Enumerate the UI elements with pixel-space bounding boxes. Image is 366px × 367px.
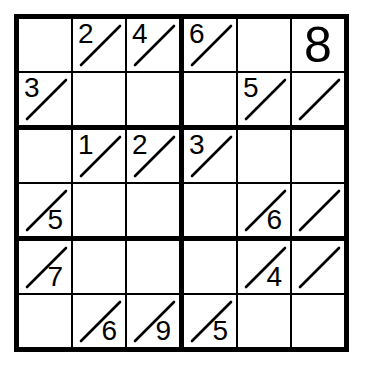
cell-r4c3[interactable] bbox=[127, 184, 184, 241]
cell-r1c5[interactable] bbox=[238, 19, 292, 73]
cell-r4c2[interactable] bbox=[73, 184, 127, 241]
cell-r3c6[interactable] bbox=[292, 130, 344, 184]
given-top-digit: 4 bbox=[132, 20, 148, 48]
cell-r3c5[interactable] bbox=[238, 130, 292, 184]
cell-r6c4[interactable]: 5 bbox=[184, 295, 238, 347]
given-bottom-digit: 6 bbox=[266, 206, 282, 234]
cell-r6c2[interactable]: 6 bbox=[73, 295, 127, 347]
cell-r6c1[interactable] bbox=[19, 295, 73, 347]
cell-r1c1[interactable] bbox=[19, 19, 73, 73]
cell-r4c6[interactable] bbox=[292, 184, 344, 241]
cell-r3c2[interactable]: 1 bbox=[73, 130, 127, 184]
given-top-digit: 2 bbox=[132, 131, 148, 159]
cell-r3c4[interactable]: 3 bbox=[184, 130, 238, 184]
slash-icon bbox=[19, 241, 71, 293]
page-background: 2468351235674695 bbox=[0, 0, 366, 367]
cell-r2c1[interactable]: 3 bbox=[19, 73, 73, 130]
given-top-digit: 5 bbox=[243, 74, 259, 102]
given-top-digit: 3 bbox=[24, 74, 40, 102]
cell-r2c2[interactable] bbox=[73, 73, 127, 130]
given-bottom-digit: 5 bbox=[47, 206, 63, 234]
given-top-digit: 3 bbox=[189, 131, 205, 159]
cell-r5c2[interactable] bbox=[73, 241, 127, 295]
cell-r2c6[interactable] bbox=[292, 73, 344, 130]
given-bottom-digit: 6 bbox=[101, 317, 117, 345]
cell-r3c3[interactable]: 2 bbox=[127, 130, 184, 184]
slash-icon bbox=[184, 295, 236, 347]
slash-icon bbox=[292, 241, 344, 293]
cell-r6c5[interactable] bbox=[238, 295, 292, 347]
slash-icon bbox=[19, 184, 71, 236]
cell-r2c3[interactable] bbox=[127, 73, 184, 130]
given-bottom-digit: 4 bbox=[266, 263, 282, 291]
slash-icon bbox=[127, 295, 179, 347]
cell-r5c3[interactable] bbox=[127, 241, 184, 295]
cell-r1c2[interactable]: 2 bbox=[73, 19, 127, 73]
cell-r2c5[interactable]: 5 bbox=[238, 73, 292, 130]
cell-r6c3[interactable]: 9 bbox=[127, 295, 184, 347]
given-bottom-digit: 7 bbox=[47, 263, 63, 291]
given-top-digit: 6 bbox=[189, 20, 205, 48]
given-top-digit: 2 bbox=[78, 20, 94, 48]
cell-r5c1[interactable]: 7 bbox=[19, 241, 73, 295]
cell-r1c4[interactable]: 6 bbox=[184, 19, 238, 73]
given-bottom-digit: 9 bbox=[155, 317, 171, 345]
given-bottom-digit: 5 bbox=[212, 317, 228, 345]
cell-r5c5[interactable]: 4 bbox=[238, 241, 292, 295]
given-digit: 8 bbox=[292, 19, 344, 71]
slash-icon bbox=[292, 73, 344, 125]
cell-r2c4[interactable] bbox=[184, 73, 238, 130]
cell-r6c6[interactable] bbox=[292, 295, 344, 347]
cell-r5c6[interactable] bbox=[292, 241, 344, 295]
cell-r1c3[interactable]: 4 bbox=[127, 19, 184, 73]
slash-icon bbox=[292, 184, 344, 236]
cell-r1c6[interactable]: 8 bbox=[292, 19, 344, 73]
slash-icon bbox=[73, 295, 125, 347]
puzzle-board: 2468351235674695 bbox=[14, 14, 349, 352]
cell-r4c4[interactable] bbox=[184, 184, 238, 241]
given-top-digit: 1 bbox=[78, 131, 94, 159]
cell-r3c1[interactable] bbox=[19, 130, 73, 184]
slash-icon bbox=[238, 241, 290, 293]
cell-r5c4[interactable] bbox=[184, 241, 238, 295]
cell-r4c1[interactable]: 5 bbox=[19, 184, 73, 241]
cell-r4c5[interactable]: 6 bbox=[238, 184, 292, 241]
slash-icon bbox=[238, 184, 290, 236]
